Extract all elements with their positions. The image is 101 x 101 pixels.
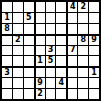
cell-r3c6[interactable]	[56, 24, 66, 34]
cell-r6c9[interactable]	[89, 56, 99, 66]
cell-r9c2[interactable]	[13, 89, 23, 99]
cell-r9c7[interactable]	[67, 89, 77, 99]
cell-r6c2[interactable]	[13, 56, 23, 66]
cell-r6c3[interactable]	[24, 56, 34, 66]
cell-r7c3[interactable]	[24, 67, 34, 77]
cell-r1c8-given-2[interactable]: 2	[78, 2, 88, 12]
cell-r8c2[interactable]	[13, 78, 23, 88]
cell-r5c2[interactable]	[13, 46, 23, 56]
cell-r9c8[interactable]	[78, 89, 88, 99]
cell-r3c5[interactable]	[46, 24, 56, 34]
cell-r1c4[interactable]	[35, 2, 45, 12]
cell-r6c8[interactable]	[78, 56, 88, 66]
cell-r4c5[interactable]	[46, 35, 56, 45]
cell-r6c4-given-1[interactable]: 1	[35, 56, 45, 66]
cell-r9c6[interactable]	[56, 89, 66, 99]
cell-r7c6[interactable]	[56, 67, 66, 77]
cell-r4c7[interactable]	[67, 35, 77, 45]
cell-r6c6[interactable]	[56, 56, 66, 66]
cell-r8c5[interactable]	[46, 78, 56, 88]
cell-r2c1-given-1[interactable]: 1	[2, 13, 12, 23]
cell-r4c1[interactable]	[2, 35, 12, 45]
cell-r2c8[interactable]	[78, 13, 88, 23]
cell-r2c2[interactable]	[13, 13, 23, 23]
cell-r2c6[interactable]	[56, 13, 66, 23]
cell-r4c9-given-9[interactable]: 9	[89, 35, 99, 45]
cell-r4c8-given-8[interactable]: 8	[78, 35, 88, 45]
cell-r3c3[interactable]	[24, 24, 34, 34]
cell-r4c4[interactable]	[35, 35, 45, 45]
cell-r2c3-given-5[interactable]: 5	[24, 13, 34, 23]
cell-r4c6[interactable]	[56, 35, 66, 45]
cell-r7c7[interactable]	[67, 67, 77, 77]
cell-r5c9[interactable]	[89, 46, 99, 56]
cell-r3c1-given-8[interactable]: 8	[2, 24, 12, 34]
cell-r9c1[interactable]	[2, 89, 12, 99]
cell-r5c5-given-3[interactable]: 3	[46, 46, 56, 56]
cell-r3c9[interactable]	[89, 24, 99, 34]
cell-r2c4[interactable]	[35, 13, 45, 23]
cell-r6c1[interactable]	[2, 56, 12, 66]
cell-r2c5[interactable]	[46, 13, 56, 23]
cell-r5c8[interactable]	[78, 46, 88, 56]
cell-r7c9-given-1[interactable]: 1	[89, 67, 99, 77]
cell-r6c5-given-5[interactable]: 5	[46, 56, 56, 66]
cell-r1c5[interactable]	[46, 2, 56, 12]
cell-r5c3[interactable]	[24, 46, 34, 56]
cell-r7c5[interactable]	[46, 67, 56, 77]
cell-r9c9[interactable]	[89, 89, 99, 99]
cell-r5c6[interactable]	[56, 46, 66, 56]
cell-r5c4[interactable]	[35, 46, 45, 56]
cell-r3c8[interactable]	[78, 24, 88, 34]
cell-r7c8[interactable]	[78, 67, 88, 77]
cell-r8c1[interactable]	[2, 78, 12, 88]
cell-r1c3[interactable]	[24, 2, 34, 12]
cell-r9c4-given-2[interactable]: 2	[35, 89, 45, 99]
sudoku-board: 42158289371531942	[0, 0, 101, 101]
cell-r8c3[interactable]	[24, 78, 34, 88]
cell-r1c6[interactable]	[56, 2, 66, 12]
cell-r8c4-given-9[interactable]: 9	[35, 78, 45, 88]
cell-r7c2[interactable]	[13, 67, 23, 77]
cell-r9c3[interactable]	[24, 89, 34, 99]
cell-r1c7-given-4[interactable]: 4	[67, 2, 77, 12]
cell-r2c9[interactable]	[89, 13, 99, 23]
cell-r1c1[interactable]	[2, 2, 12, 12]
cell-r9c5[interactable]	[46, 89, 56, 99]
cell-r5c7-given-7[interactable]: 7	[67, 46, 77, 56]
cell-r8c6-given-4[interactable]: 4	[56, 78, 66, 88]
cell-r7c1-given-3[interactable]: 3	[2, 67, 12, 77]
cell-r6c7[interactable]	[67, 56, 77, 66]
cell-r3c2[interactable]	[13, 24, 23, 34]
cell-r3c4[interactable]	[35, 24, 45, 34]
cell-r4c3[interactable]	[24, 35, 34, 45]
cell-r8c7[interactable]	[67, 78, 77, 88]
cell-r8c9[interactable]	[89, 78, 99, 88]
cell-r1c2[interactable]	[13, 2, 23, 12]
sudoku-puzzle: 42158289371531942	[0, 0, 101, 101]
cell-r8c8[interactable]	[78, 78, 88, 88]
cell-r7c4[interactable]	[35, 67, 45, 77]
cell-r2c7[interactable]	[67, 13, 77, 23]
cell-r4c2-given-2[interactable]: 2	[13, 35, 23, 45]
cell-r5c1[interactable]	[2, 46, 12, 56]
cell-r1c9[interactable]	[89, 2, 99, 12]
cell-r3c7[interactable]	[67, 24, 77, 34]
